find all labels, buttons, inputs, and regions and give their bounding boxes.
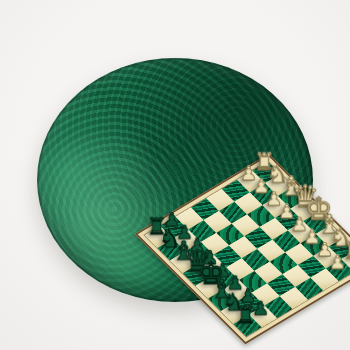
product-photo: ♜♞♝♛♚♝♞♜♟♟♟♟♟♟♟♟♟♟♟♟♟♟♟♟♜♞♝♛♚♝♞♜	[0, 0, 350, 350]
piece-green-rook: ♜	[235, 304, 255, 327]
malachite-round-platter: ♜♞♝♛♚♝♞♜♟♟♟♟♟♟♟♟♟♟♟♟♟♟♟♟♜♞♝♛♚♝♞♜	[37, 58, 313, 302]
chess-board: ♜♞♝♛♚♝♞♜♟♟♟♟♟♟♟♟♟♟♟♟♟♟♟♟♜♞♝♛♚♝♞♜	[135, 154, 350, 345]
piece-white-pawn: ♟	[328, 253, 348, 272]
chess-board-grid: ♜♞♝♛♚♝♞♜♟♟♟♟♟♟♟♟♟♟♟♟♟♟♟♟♜♞♝♛♚♝♞♜	[145, 161, 350, 336]
